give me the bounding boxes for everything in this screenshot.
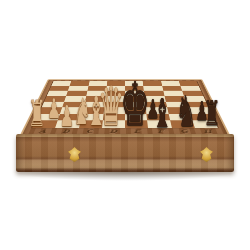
piece-black-bishop: ♝ xyxy=(152,98,172,129)
piece-black-rook: ♜ xyxy=(204,100,221,127)
piece-white-queen: ♛ xyxy=(98,86,125,128)
piece-black-king: ♚ xyxy=(120,81,150,128)
piece-white-pawn: ♟ xyxy=(60,105,74,128)
pieces-layer: ♜♟♟♞♝♛♚♟♝♞♟♜ xyxy=(0,0,250,250)
piece-white-knight: ♞ xyxy=(73,98,91,126)
piece-black-pawn: ♟ xyxy=(196,101,209,121)
piece-white-bishop: ♝ xyxy=(86,96,106,127)
chess-set-product-photo: ABCDEFGH ♜♟♟♞♝♛♚♟♝♞♟♜ xyxy=(0,0,250,250)
piece-white-rook: ♜ xyxy=(28,100,46,128)
piece-black-pawn: ♟ xyxy=(147,99,160,119)
piece-black-knight: ♞ xyxy=(176,96,197,129)
piece-white-pawn: ♟ xyxy=(47,98,60,119)
